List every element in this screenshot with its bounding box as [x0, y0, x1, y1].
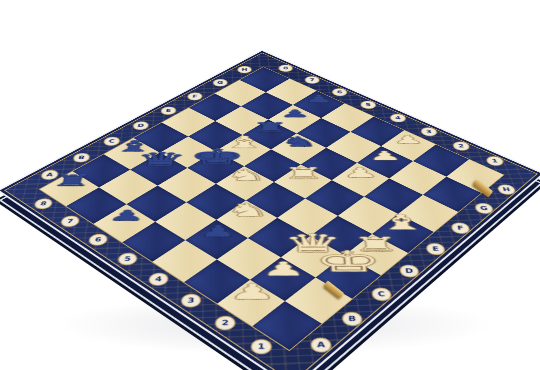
coordinate-label-1: 1: [250, 340, 271, 355]
coordinate-label-E: E: [160, 106, 177, 114]
coordinate-label-A: A: [310, 337, 332, 352]
coordinate-label-E: E: [425, 243, 446, 255]
coordinate-label-5: 5: [117, 253, 138, 265]
product-photo-chess-set: { "game": "chess", "scene": "wooden fold…: [0, 0, 540, 370]
white-pawn-h3: ♟: [378, 134, 437, 145]
coordinate-label-1: 1: [485, 156, 504, 165]
coordinate-label-7: 7: [59, 216, 80, 227]
coordinate-label-8: 8: [278, 65, 293, 72]
coordinate-label-H: H: [496, 184, 516, 194]
coordinate-label-2: 2: [452, 142, 471, 151]
coordinate-label-7: 7: [304, 76, 319, 83]
coordinate-label-D: D: [132, 121, 149, 130]
coordinate-label-F: F: [187, 92, 203, 100]
coordinate-label-B: B: [341, 312, 362, 326]
coordinate-label-G: G: [473, 203, 494, 214]
coordinate-label-G: G: [212, 79, 227, 86]
coordinate-label-C: C: [370, 287, 391, 300]
blue-pawn-g6: ♟: [267, 109, 322, 119]
coordinate-label-B: B: [72, 153, 91, 162]
coordinate-label-6: 6: [87, 234, 108, 246]
coordinate-label-F: F: [450, 222, 471, 233]
white-rook-e4: ♜: [273, 166, 333, 182]
white-knight-d5: ♞: [215, 167, 275, 183]
coordinate-label-2: 2: [214, 316, 235, 330]
blue-queen-c7: ♛: [129, 150, 190, 169]
coordinate-label-D: D: [398, 265, 419, 278]
white-pawn-f3: ♟: [330, 166, 391, 180]
blue-king-d6: ♚: [186, 146, 246, 167]
white-pawn-g3: ♟: [354, 150, 414, 162]
coordinate-label-8: 8: [33, 199, 54, 210]
coordinate-label-3: 3: [180, 294, 201, 308]
blue-knight-f5: ♞: [270, 135, 327, 149]
coordinate-label-H: H: [237, 66, 252, 73]
coordinate-label-5: 5: [360, 101, 376, 109]
coordinate-label-4: 4: [389, 114, 406, 122]
blue-pawn-h6: ♟: [292, 94, 346, 104]
coordinate-label-4: 4: [147, 273, 168, 286]
